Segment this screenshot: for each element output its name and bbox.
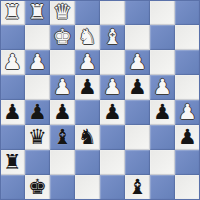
piece-black-pawn[interactable]: ♟ — [128, 77, 147, 98]
square-d6[interactable]: ♟ — [75, 50, 100, 75]
piece-black-bishop[interactable]: ♝ — [53, 127, 72, 148]
square-b1[interactable]: ♚ — [25, 175, 50, 200]
square-e7[interactable]: ♝ — [100, 25, 125, 50]
square-c1[interactable] — [50, 175, 75, 200]
square-d5[interactable]: ♟ — [75, 75, 100, 100]
square-a6[interactable]: ♟ — [0, 50, 25, 75]
square-c6[interactable] — [50, 50, 75, 75]
square-d7[interactable]: ♞ — [75, 25, 100, 50]
square-a4[interactable]: ♟ — [0, 100, 25, 125]
square-a7[interactable] — [0, 25, 25, 50]
square-f5[interactable]: ♟ — [125, 75, 150, 100]
piece-black-queen[interactable]: ♛ — [28, 127, 47, 148]
square-a5[interactable] — [0, 75, 25, 100]
piece-white-queen[interactable]: ♛ — [53, 2, 72, 23]
square-g7[interactable] — [150, 25, 175, 50]
square-a2[interactable]: ♜ — [0, 150, 25, 175]
square-h6[interactable] — [175, 50, 200, 75]
square-e4[interactable]: ♟ — [100, 100, 125, 125]
square-f6[interactable]: ♟ — [125, 50, 150, 75]
square-b4[interactable]: ♟ — [25, 100, 50, 125]
square-e6[interactable] — [100, 50, 125, 75]
piece-white-pawn[interactable]: ♟ — [3, 52, 22, 73]
square-a1[interactable] — [0, 175, 25, 200]
square-g6[interactable] — [150, 50, 175, 75]
piece-white-pawn[interactable]: ♟ — [103, 77, 122, 98]
square-c4[interactable]: ♟ — [50, 100, 75, 125]
square-b7[interactable] — [25, 25, 50, 50]
piece-black-rook[interactable]: ♜ — [3, 152, 22, 173]
square-h8[interactable] — [175, 0, 200, 25]
square-h4[interactable]: ♟ — [175, 100, 200, 125]
square-f3[interactable] — [125, 125, 150, 150]
piece-white-knight[interactable]: ♞ — [78, 27, 97, 48]
square-e1[interactable] — [100, 175, 125, 200]
piece-black-pawn[interactable]: ♟ — [78, 77, 97, 98]
piece-white-rook[interactable]: ♜ — [28, 2, 47, 23]
square-d4[interactable] — [75, 100, 100, 125]
piece-white-pawn[interactable]: ♟ — [28, 52, 47, 73]
square-d3[interactable]: ♞ — [75, 125, 100, 150]
square-c5[interactable]: ♟ — [50, 75, 75, 100]
square-b3[interactable]: ♛ — [25, 125, 50, 150]
piece-black-pawn[interactable]: ♟ — [28, 102, 47, 123]
square-f1[interactable]: ♝ — [125, 175, 150, 200]
square-h7[interactable] — [175, 25, 200, 50]
square-g2[interactable] — [150, 150, 175, 175]
square-e2[interactable] — [100, 150, 125, 175]
square-b5[interactable] — [25, 75, 50, 100]
square-a8[interactable]: ♜ — [0, 0, 25, 25]
square-g3[interactable] — [150, 125, 175, 150]
square-f8[interactable] — [125, 0, 150, 25]
square-e8[interactable] — [100, 0, 125, 25]
square-h5[interactable] — [175, 75, 200, 100]
piece-white-pawn[interactable]: ♟ — [53, 77, 72, 98]
square-e3[interactable] — [100, 125, 125, 150]
piece-black-knight[interactable]: ♞ — [78, 127, 97, 148]
square-g1[interactable] — [150, 175, 175, 200]
piece-white-pawn[interactable]: ♟ — [78, 52, 97, 73]
piece-white-bishop[interactable]: ♝ — [103, 27, 122, 48]
square-a3[interactable] — [0, 125, 25, 150]
piece-black-pawn[interactable]: ♟ — [103, 102, 122, 123]
square-d1[interactable] — [75, 175, 100, 200]
piece-black-bishop[interactable]: ♝ — [128, 177, 147, 198]
piece-white-rook[interactable]: ♜ — [3, 2, 22, 23]
square-f4[interactable] — [125, 100, 150, 125]
square-c2[interactable] — [50, 150, 75, 175]
square-g4[interactable]: ♟ — [150, 100, 175, 125]
square-e5[interactable]: ♟ — [100, 75, 125, 100]
piece-white-king[interactable]: ♚ — [53, 27, 72, 48]
piece-white-pawn[interactable]: ♟ — [128, 52, 147, 73]
square-b2[interactable] — [25, 150, 50, 175]
piece-black-pawn[interactable]: ♟ — [53, 102, 72, 123]
piece-white-pawn[interactable]: ♟ — [178, 102, 197, 123]
piece-black-pawn[interactable]: ♟ — [153, 102, 172, 123]
chess-board: ♜♜♛♚♞♝♟♟♟♟♟♟♟♟♟♟♟♟♟♟♟♛♝♞♟♜♚♝ — [0, 0, 200, 200]
piece-black-pawn[interactable]: ♟ — [178, 127, 197, 148]
square-h1[interactable] — [175, 175, 200, 200]
piece-black-pawn[interactable]: ♟ — [3, 102, 22, 123]
square-d2[interactable] — [75, 150, 100, 175]
square-d8[interactable] — [75, 0, 100, 25]
piece-black-king[interactable]: ♚ — [28, 177, 47, 198]
square-h3[interactable]: ♟ — [175, 125, 200, 150]
square-h2[interactable] — [175, 150, 200, 175]
square-f2[interactable] — [125, 150, 150, 175]
piece-white-pawn[interactable]: ♟ — [153, 77, 172, 98]
square-c7[interactable]: ♚ — [50, 25, 75, 50]
square-c8[interactable]: ♛ — [50, 0, 75, 25]
square-g5[interactable]: ♟ — [150, 75, 175, 100]
square-g8[interactable] — [150, 0, 175, 25]
square-c3[interactable]: ♝ — [50, 125, 75, 150]
square-f7[interactable] — [125, 25, 150, 50]
square-b8[interactable]: ♜ — [25, 0, 50, 25]
square-b6[interactable]: ♟ — [25, 50, 50, 75]
